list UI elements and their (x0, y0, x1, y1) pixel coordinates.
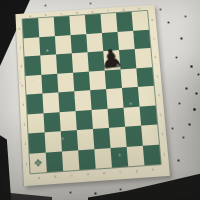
fabric-speckles (0, 0, 1, 1)
square-c8[interactable] (54, 16, 71, 36)
square-f1[interactable] (110, 146, 128, 167)
board-grid: ♟❖ (23, 11, 161, 173)
square-b3[interactable] (44, 112, 61, 133)
rank-label: 4 (157, 90, 161, 100)
square-a3[interactable] (27, 113, 44, 134)
square-h5[interactable] (136, 67, 153, 87)
square-b8[interactable] (38, 17, 55, 37)
file-label: f (104, 9, 112, 12)
file-label: d (73, 11, 81, 14)
square-e2[interactable] (93, 128, 111, 149)
file-label: g (133, 169, 141, 173)
rank-label: 8 (150, 15, 154, 24)
square-d8[interactable] (69, 15, 86, 35)
square-g1[interactable] (127, 145, 145, 166)
file-label: c (67, 174, 75, 178)
square-a6[interactable] (24, 55, 41, 75)
file-label: a (35, 176, 43, 180)
square-c4[interactable] (58, 91, 75, 111)
square-e3[interactable] (92, 108, 109, 129)
square-d5[interactable] (73, 71, 90, 91)
square-h4[interactable] (138, 86, 156, 106)
square-a7[interactable] (24, 37, 41, 57)
square-b7[interactable] (39, 36, 56, 56)
square-h3[interactable] (139, 105, 157, 126)
square-d3[interactable] (76, 109, 93, 130)
rank-label: 3 (159, 109, 163, 119)
square-c3[interactable] (60, 111, 77, 132)
square-f6[interactable]: ♟ (103, 50, 120, 70)
black-pawn[interactable]: ♟ (99, 45, 124, 72)
file-label: a (26, 14, 34, 17)
square-a5[interactable] (25, 74, 42, 94)
square-d6[interactable] (72, 52, 89, 72)
square-h2[interactable] (141, 124, 159, 145)
rank-label: 7 (19, 43, 23, 53)
rank-label: 4 (21, 100, 25, 110)
maker-logo-icon: ❖ (30, 152, 47, 173)
square-b5[interactable] (41, 73, 58, 93)
square-g8[interactable] (116, 12, 133, 31)
square-e4[interactable] (90, 89, 107, 109)
square-c5[interactable] (57, 72, 74, 92)
rank-label: 1 (24, 158, 28, 168)
board-dust (15, 14, 16, 15)
photo-layer: abcdefgh abcdefgh 87654321 87654321 ·· ·… (0, 0, 200, 200)
square-d1[interactable] (78, 149, 96, 170)
square-d4[interactable] (74, 90, 91, 110)
square-e1[interactable] (94, 148, 112, 169)
square-b2[interactable] (45, 131, 62, 152)
rank-label: 2 (160, 129, 164, 139)
file-label: f (116, 170, 124, 174)
rank-label: 7 (152, 34, 156, 44)
square-f3[interactable] (108, 107, 126, 128)
border-fineprint: ·· ····· ·· (17, 69, 21, 85)
square-f2[interactable] (109, 127, 127, 148)
square-g2[interactable] (125, 126, 143, 147)
file-label: g (120, 8, 128, 11)
file-label: e (100, 171, 108, 175)
file-label: b (42, 13, 50, 16)
rank-label: 1 (162, 149, 166, 159)
square-a4[interactable] (26, 93, 43, 113)
rank-label: 8 (18, 24, 22, 33)
rank-label: 2 (23, 139, 27, 149)
square-c6[interactable] (56, 53, 73, 73)
rank-label: 3 (22, 119, 26, 129)
square-c7[interactable] (55, 35, 72, 55)
file-label: h (149, 168, 157, 172)
photo-scene: abcdefgh abcdefgh 87654321 87654321 ·· ·… (0, 0, 200, 200)
shadow-edge-left (0, 128, 18, 200)
square-g3[interactable] (124, 106, 142, 127)
square-a1[interactable]: ❖ (30, 152, 47, 173)
rank-label: 5 (155, 71, 159, 81)
square-f8[interactable] (100, 13, 117, 33)
square-a8[interactable] (23, 18, 40, 38)
square-h7[interactable] (133, 29, 150, 49)
square-d2[interactable] (77, 129, 94, 150)
file-label: h (135, 7, 143, 10)
file-label: b (51, 175, 59, 179)
square-b6[interactable] (40, 54, 57, 74)
square-g4[interactable] (122, 87, 140, 107)
square-c1[interactable] (62, 150, 80, 171)
rank-label: 6 (154, 52, 158, 62)
file-label: d (84, 173, 92, 177)
file-label: e (88, 10, 96, 13)
square-e8[interactable] (85, 14, 102, 34)
square-h8[interactable] (132, 11, 149, 30)
square-h1[interactable] (143, 144, 161, 165)
square-b4[interactable] (42, 92, 59, 112)
square-h6[interactable] (135, 48, 152, 68)
file-label: c (57, 12, 65, 15)
square-f4[interactable] (106, 88, 123, 108)
square-b1[interactable] (46, 151, 63, 172)
square-c2[interactable] (61, 130, 78, 151)
square-d7[interactable] (71, 34, 88, 54)
vinyl-chess-board: abcdefgh abcdefgh 87654321 87654321 ·· ·… (15, 5, 169, 186)
square-a2[interactable] (28, 132, 45, 153)
